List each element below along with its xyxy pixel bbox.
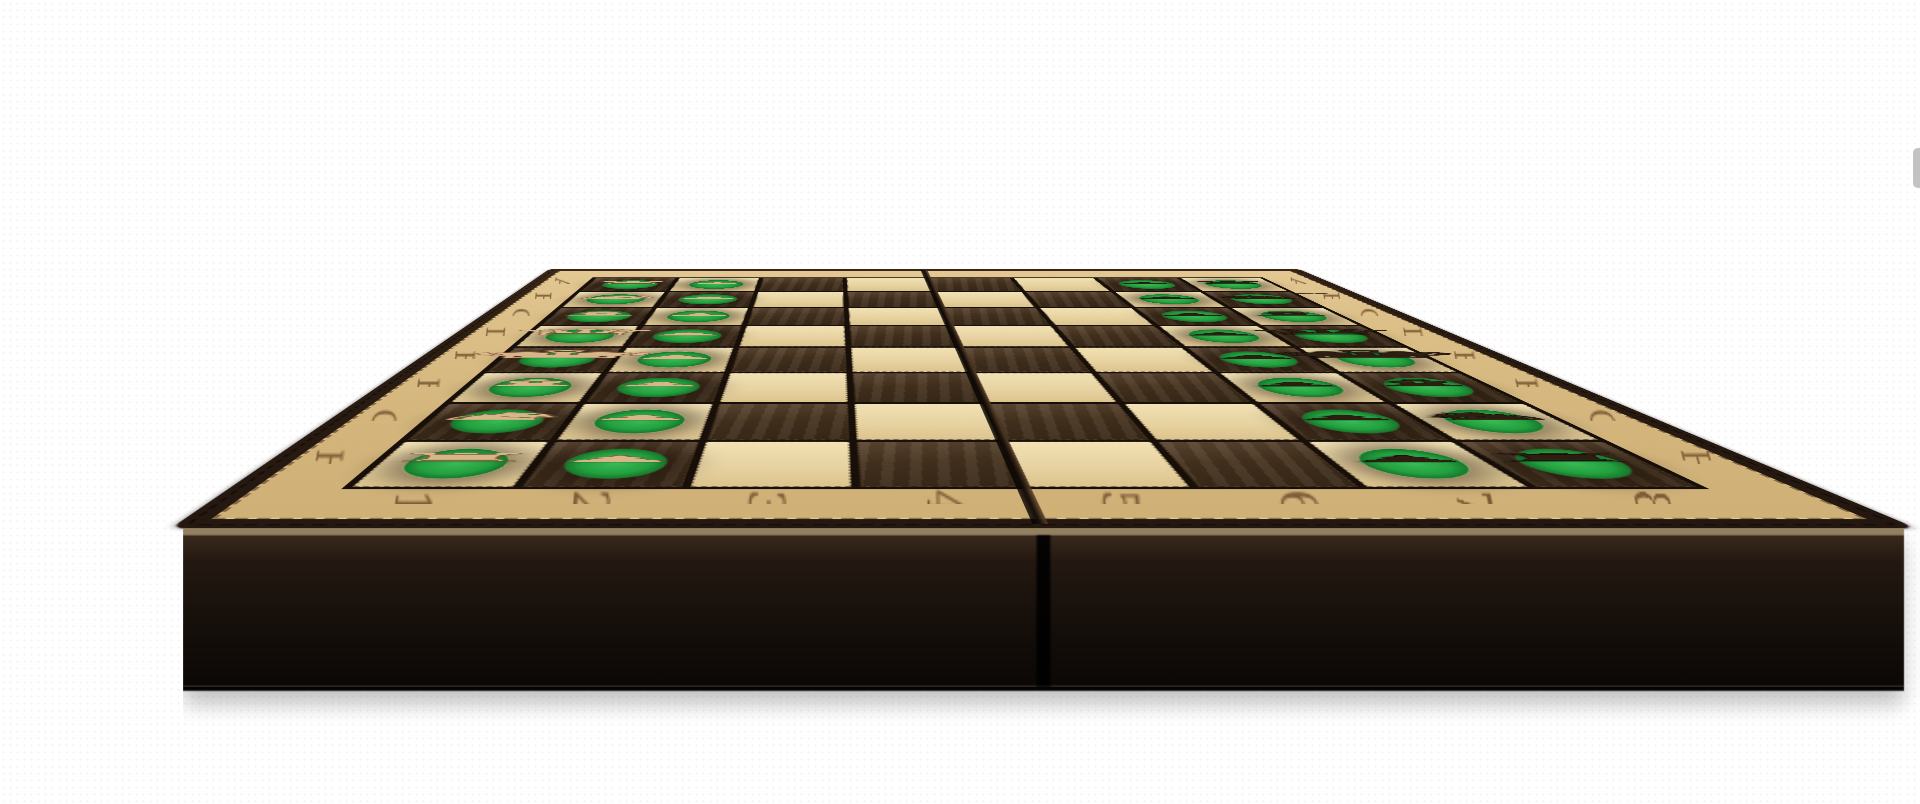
square-c6 [1040,308,1153,325]
rank-label-far-7: 7 [1103,268,1164,281]
rank-label-far-1: 1 [610,268,665,281]
rank-label-far-3: 3 [780,268,824,281]
felt-base-d8 [1284,329,1379,343]
square-g5 [990,404,1149,440]
felt-base-d1 [537,329,619,343]
square-d3 [739,326,845,346]
square-a4 [847,278,932,291]
felt-base-c1 [560,310,635,322]
felt-base-b2 [674,294,739,304]
felt-base-c8 [1251,310,1337,322]
felt-base-a7 [1113,280,1181,289]
square-f5 [975,373,1116,402]
square-a6 [1014,278,1110,291]
square-e4 [851,348,968,372]
square-g4 [854,404,999,440]
felt-base-b1 [580,294,649,304]
felt-base-c2 [662,310,732,322]
felt-base-d7 [1179,329,1268,343]
square-c4 [849,308,948,325]
square-a3 [759,278,843,291]
felt-base-b8 [1222,294,1300,304]
square-f1 [451,373,601,402]
square-h4 [857,442,1020,487]
square-b6 [1026,292,1130,307]
rank-labels-far: 12345678 [593,271,1263,277]
square-b5 [937,292,1035,307]
felt-base-a2 [685,280,745,289]
felt-base-d2 [648,329,725,343]
square-a5 [930,278,1021,291]
felt-base-a1 [597,280,661,289]
square-c3 [747,308,845,325]
square-f4 [853,373,983,402]
square-e5 [963,348,1090,372]
rank-label-far-6: 6 [1023,268,1079,281]
rank-label-far-2: 2 [695,268,745,281]
square-h3 [691,442,852,487]
felt-base-a8 [1197,280,1269,289]
price-tag: 3 [1292,293,1330,295]
square-e2 [609,348,734,372]
felt-base-c7 [1154,310,1235,322]
square-h5 [1007,442,1189,487]
square-h2 [522,442,699,487]
square-c5 [944,308,1050,325]
felt-base-b7 [1132,294,1206,304]
cropped-edge-object [1913,148,1920,188]
product-photo-stage: 12345678 12345678 ABCDEFGH ABCDEFGH ♜♟♟♜… [0,0,1920,804]
square-g2 [557,404,713,440]
square-b4 [848,292,940,307]
square-e3 [731,348,847,372]
rank-label-far-5: 5 [943,268,994,281]
rank-label-far-8: 8 [1183,268,1249,281]
square-f3 [720,373,848,402]
square-b3 [753,292,844,307]
chessboard-3d-scene: 12345678 12345678 ABCDEFGH ABCDEFGH ♜♟♟♜… [436,0,1485,804]
square-d5 [953,326,1069,346]
square-e1 [487,348,622,372]
rank-label-far-4: 4 [863,268,909,281]
square-d6 [1056,326,1180,346]
square-d4 [850,326,957,346]
tilted-board-plane: 12345678 12345678 ABCDEFGH ABCDEFGH ♜♟♟♜… [170,269,1917,529]
square-f2 [586,373,724,402]
square-g3 [707,404,849,440]
board-box-front-side [183,528,1904,691]
